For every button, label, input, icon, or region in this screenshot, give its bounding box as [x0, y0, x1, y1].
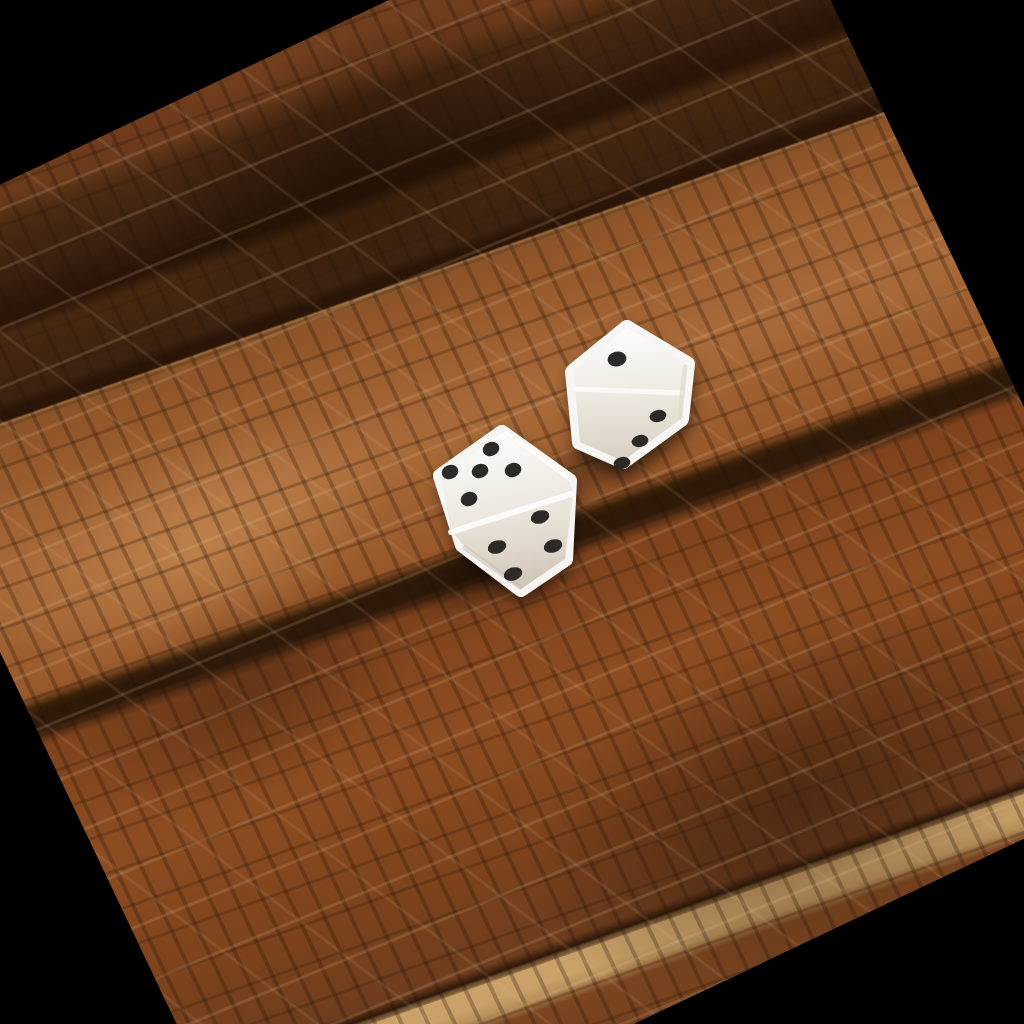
die-right[interactable]: [560, 313, 702, 475]
die-body: [441, 432, 573, 589]
dice-photo-scene: [0, 0, 1024, 1024]
die-body: [573, 328, 687, 461]
die-top-face: [573, 328, 687, 391]
